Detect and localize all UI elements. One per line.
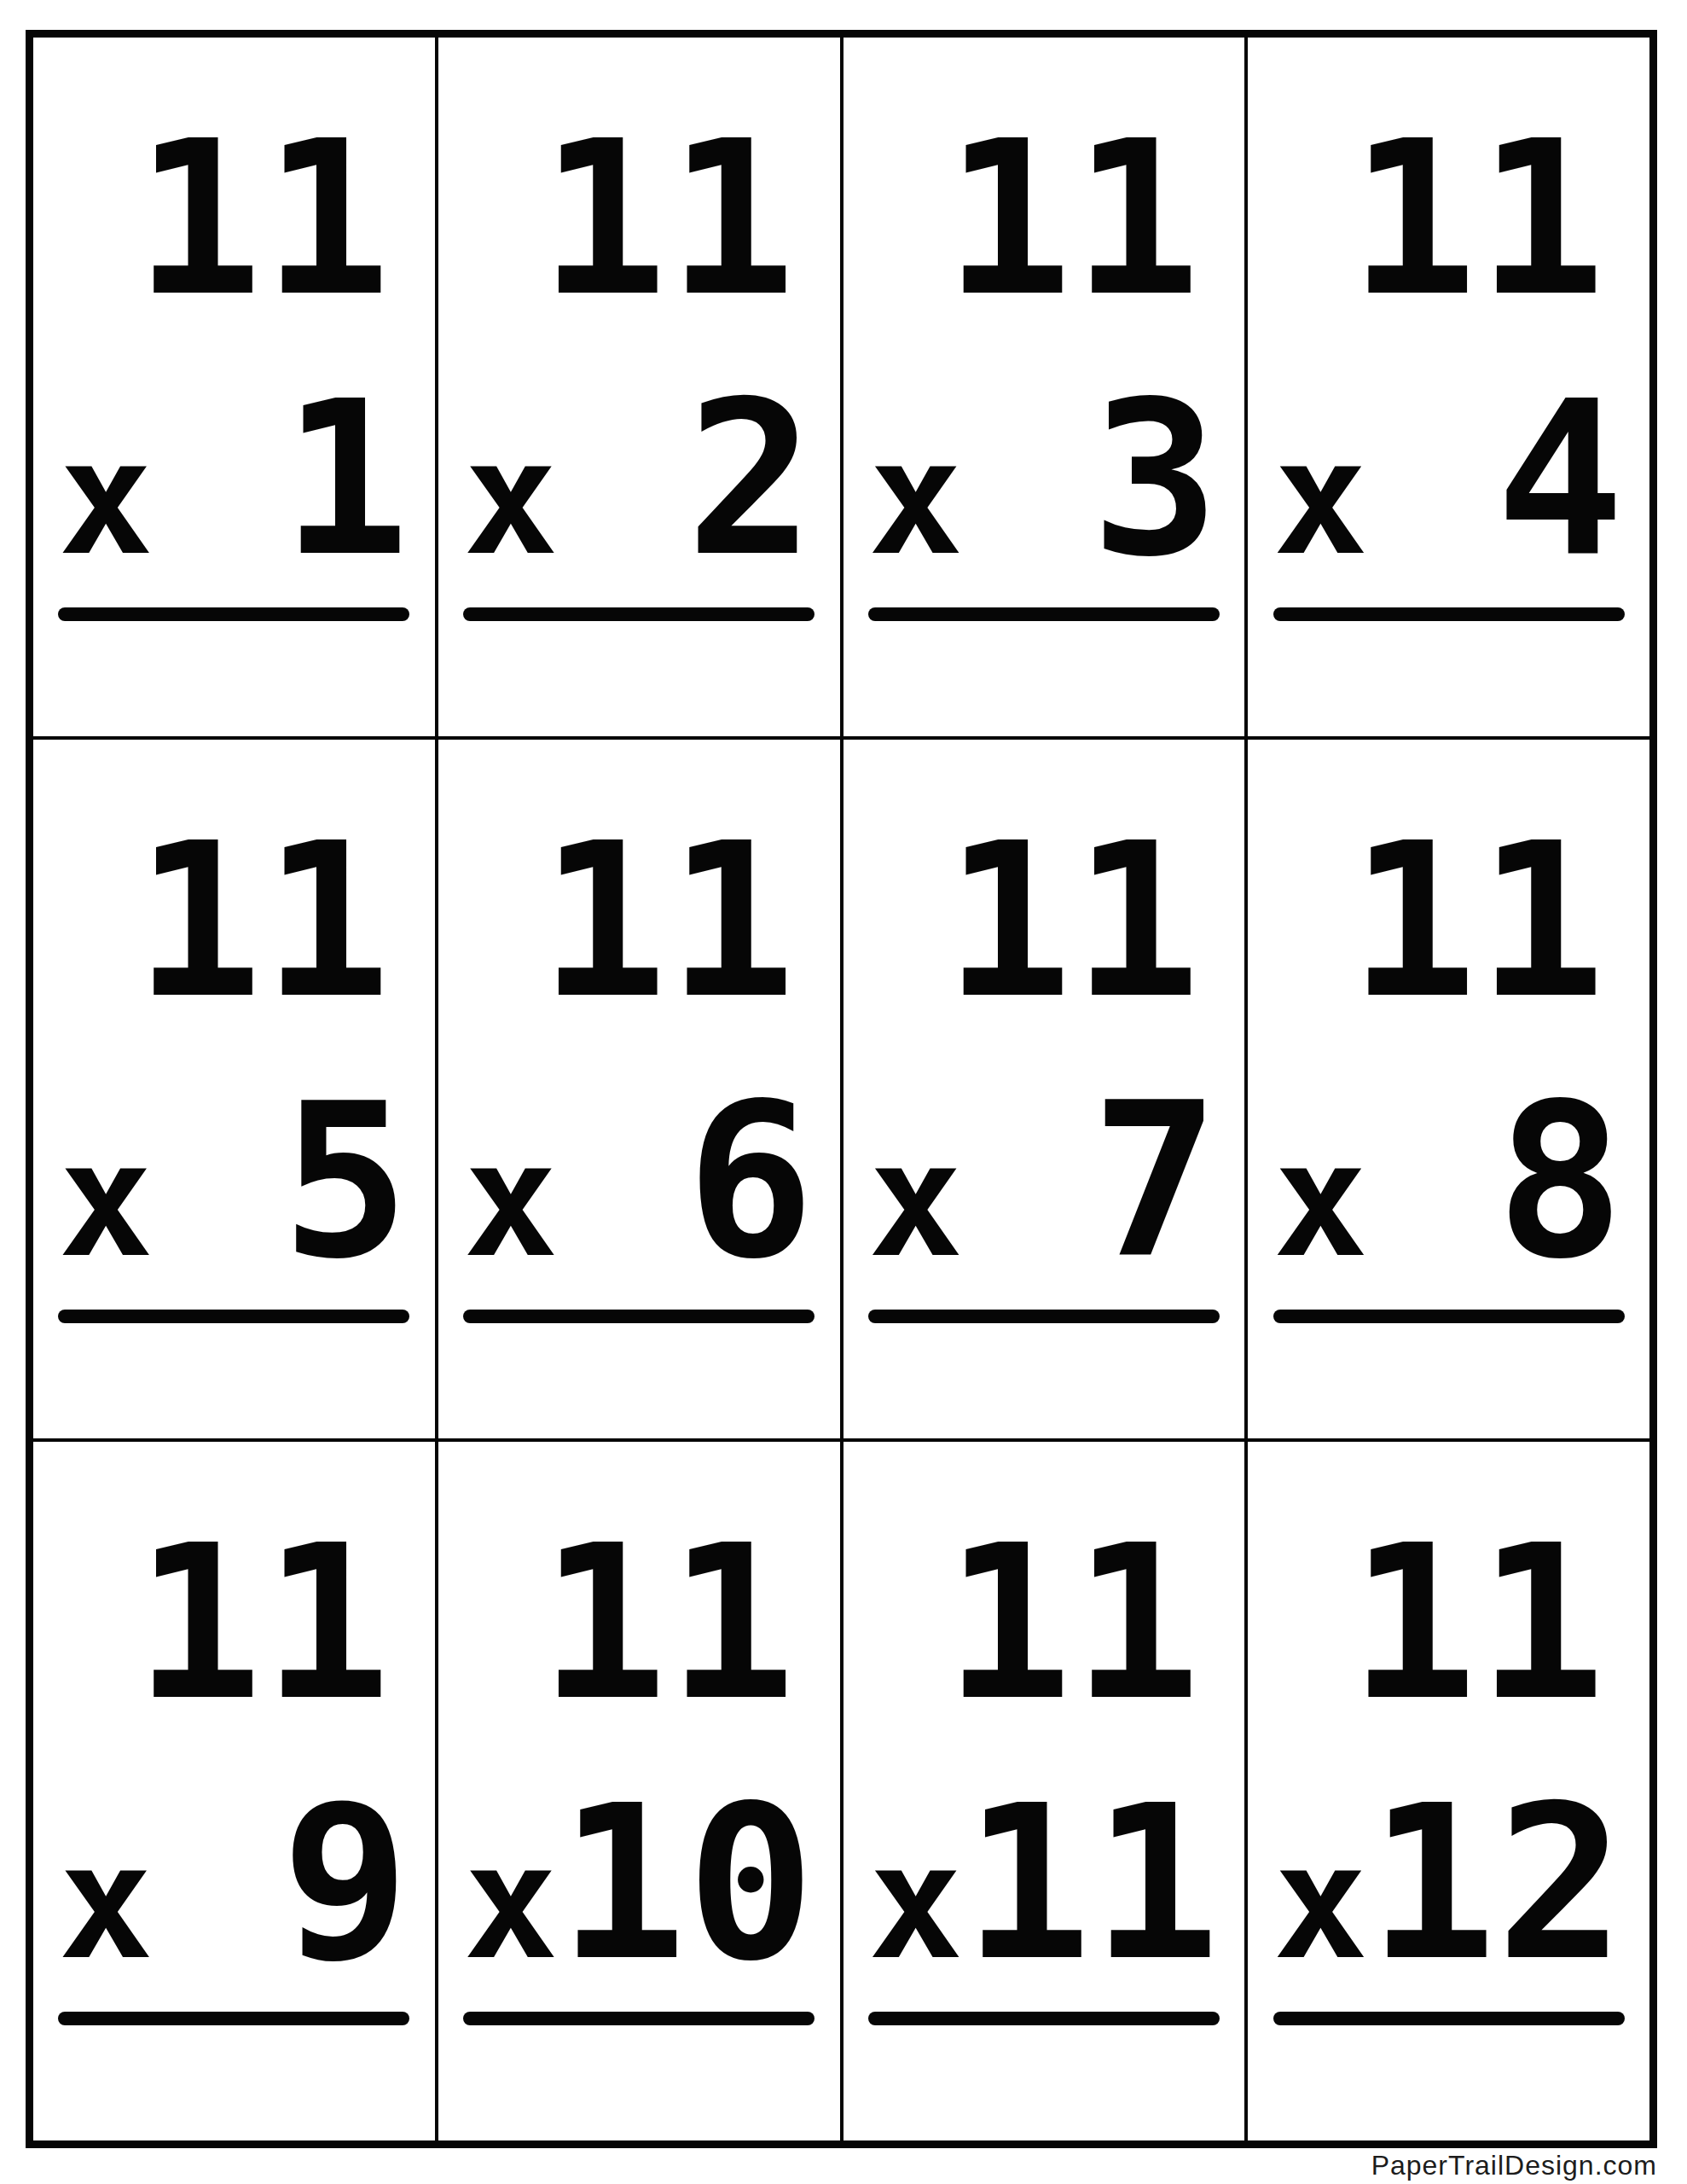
flashcard-11x4: 11 x 4: [1248, 38, 1649, 736]
flashcard-11x2: 11 x 2: [438, 38, 840, 736]
multiplier-number: 12: [1368, 1777, 1625, 1990]
multiplier-row: x 1: [58, 373, 409, 586]
answer-line: [463, 1310, 815, 1323]
multiply-operator: x: [1273, 420, 1368, 578]
multiplier-row: x 4: [1273, 373, 1625, 586]
multiply-operator: x: [1273, 1122, 1368, 1280]
flashcard-grid: 11 x 1 11 x 2 11 x 3: [26, 30, 1657, 2148]
multiply-operator: x: [868, 1824, 963, 1982]
flashcard-11x6: 11 x 6: [438, 740, 840, 1438]
problem-stack: 11 x 2: [463, 113, 815, 621]
problem-stack: 11 x 4: [1273, 113, 1625, 621]
problem-stack: 11 x 11: [868, 1517, 1220, 2025]
multiply-operator: x: [868, 420, 963, 578]
multiplier-number: 4: [1496, 373, 1625, 586]
multiplier-number: 11: [963, 1777, 1220, 1990]
flashcard-11x8: 11 x 8: [1248, 740, 1649, 1438]
multiplier-number: 6: [687, 1075, 815, 1288]
flashcard-11x9: 11 x 9: [33, 1442, 435, 2140]
answer-line: [1273, 2012, 1625, 2025]
answer-line: [1273, 607, 1625, 621]
multiply-operator: x: [463, 1122, 558, 1280]
problem-stack: 11 x 6: [463, 815, 815, 1323]
problem-stack: 11 x 1: [58, 113, 409, 621]
top-number: 11: [58, 113, 409, 326]
top-number: 11: [868, 1517, 1220, 1730]
multiplier-row: x 6: [463, 1075, 815, 1288]
multiplier-number: 7: [1091, 1075, 1220, 1288]
flashcard-11x5: 11 x 5: [33, 740, 435, 1438]
problem-stack: 11 x 3: [868, 113, 1220, 621]
multiplier-number: 8: [1496, 1075, 1625, 1288]
answer-line: [868, 2012, 1220, 2025]
flashcard-sheet: 11 x 1 11 x 2 11 x 3: [0, 0, 1687, 2184]
multiply-operator: x: [1273, 1824, 1368, 1982]
flashcard-11x7: 11 x 7: [843, 740, 1245, 1438]
problem-stack: 11 x 5: [58, 815, 409, 1323]
multiplier-row: x 8: [1273, 1075, 1625, 1288]
multiplier-number: 5: [281, 1075, 410, 1288]
multiply-operator: x: [58, 420, 153, 578]
multiply-operator: x: [868, 1122, 963, 1280]
problem-stack: 11 x 10: [463, 1517, 815, 2025]
multiplier-row: x 9: [58, 1777, 409, 1990]
multiplier-row: x 11: [868, 1777, 1220, 1990]
top-number: 11: [463, 1517, 815, 1730]
problem-stack: 11 x 8: [1273, 815, 1625, 1323]
answer-line: [868, 607, 1220, 621]
answer-line: [463, 607, 815, 621]
answer-line: [58, 1310, 409, 1323]
flashcard-11x11: 11 x 11: [843, 1442, 1245, 2140]
top-number: 11: [868, 815, 1220, 1028]
answer-line: [1273, 1310, 1625, 1323]
answer-line: [463, 2012, 815, 2025]
flashcard-11x10: 11 x 10: [438, 1442, 840, 2140]
flashcard-11x1: 11 x 1: [33, 38, 435, 736]
problem-stack: 11 x 12: [1273, 1517, 1625, 2025]
flashcard-11x12: 11 x 12: [1248, 1442, 1649, 2140]
multiplier-number: 3: [1091, 373, 1220, 586]
multiply-operator: x: [463, 1824, 558, 1982]
answer-line: [58, 2012, 409, 2025]
footer-credit: PaperTrailDesign.com: [1371, 2150, 1657, 2181]
top-number: 11: [1273, 113, 1625, 326]
problem-stack: 11 x 7: [868, 815, 1220, 1323]
multiplier-number: 9: [281, 1777, 410, 1990]
answer-line: [868, 1310, 1220, 1323]
multiplier-row: x 10: [463, 1777, 815, 1990]
top-number: 11: [463, 113, 815, 326]
top-number: 11: [868, 113, 1220, 326]
problem-stack: 11 x 9: [58, 1517, 409, 2025]
multiplier-number: 1: [281, 373, 410, 586]
multiply-operator: x: [58, 1824, 153, 1982]
answer-line: [58, 607, 409, 621]
top-number: 11: [58, 1517, 409, 1730]
multiplier-row: x 7: [868, 1075, 1220, 1288]
top-number: 11: [58, 815, 409, 1028]
flashcard-11x3: 11 x 3: [843, 38, 1245, 736]
multiplier-row: x 3: [868, 373, 1220, 586]
multiply-operator: x: [463, 420, 558, 578]
top-number: 11: [1273, 1517, 1625, 1730]
top-number: 11: [1273, 815, 1625, 1028]
multiplier-row: x 2: [463, 373, 815, 586]
multiplier-row: x 12: [1273, 1777, 1625, 1990]
multiply-operator: x: [58, 1122, 153, 1280]
multiplier-number: 10: [559, 1777, 815, 1990]
top-number: 11: [463, 815, 815, 1028]
multiplier-number: 2: [687, 373, 815, 586]
multiplier-row: x 5: [58, 1075, 409, 1288]
